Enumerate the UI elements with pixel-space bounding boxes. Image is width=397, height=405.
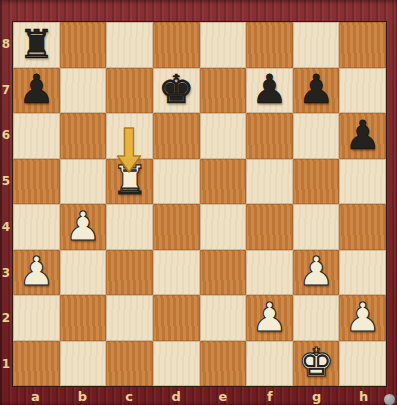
square-g7[interactable]: ♟ (293, 68, 340, 114)
black-rook[interactable]: ♜ (18, 24, 54, 64)
square-c7[interactable] (106, 68, 153, 114)
file-label-e: e (200, 387, 247, 405)
square-g4[interactable] (293, 204, 340, 250)
square-a4[interactable] (13, 204, 60, 250)
square-a3[interactable]: ♟ (13, 250, 60, 296)
rank-labels: 87654321 (0, 21, 12, 387)
square-e5[interactable] (200, 159, 247, 205)
file-label-g: g (293, 387, 340, 405)
square-f1[interactable] (246, 341, 293, 387)
square-b5[interactable] (60, 159, 107, 205)
square-b3[interactable] (60, 250, 107, 296)
square-g6[interactable] (293, 113, 340, 159)
square-d7[interactable]: ♚ (153, 68, 200, 114)
square-b1[interactable] (60, 341, 107, 387)
black-pawn[interactable]: ♟ (345, 115, 381, 155)
square-d6[interactable] (153, 113, 200, 159)
white-pawn[interactable]: ♟ (252, 297, 288, 337)
square-e6[interactable] (200, 113, 247, 159)
square-h4[interactable] (339, 204, 386, 250)
black-pawn[interactable]: ♟ (298, 69, 334, 109)
square-e8[interactable] (200, 22, 247, 68)
square-b4[interactable]: ♟ (60, 204, 107, 250)
rank-label-4: 4 (0, 204, 12, 250)
square-e7[interactable] (200, 68, 247, 114)
square-f3[interactable] (246, 250, 293, 296)
square-h2[interactable]: ♟ (339, 295, 386, 341)
square-g2[interactable] (293, 295, 340, 341)
square-f2[interactable]: ♟ (246, 295, 293, 341)
square-c5[interactable]: ♜ (106, 159, 153, 205)
rank-label-2: 2 (0, 296, 12, 342)
square-d4[interactable] (153, 204, 200, 250)
square-f5[interactable] (246, 159, 293, 205)
square-e2[interactable] (200, 295, 247, 341)
rank-label-6: 6 (0, 113, 12, 159)
rank-label-3: 3 (0, 250, 12, 296)
file-label-d: d (153, 387, 200, 405)
square-e4[interactable] (200, 204, 247, 250)
rank-label-7: 7 (0, 67, 12, 113)
file-label-a: a (12, 387, 59, 405)
rank-label-1: 1 (0, 341, 12, 387)
square-a2[interactable] (13, 295, 60, 341)
square-d3[interactable] (153, 250, 200, 296)
square-b7[interactable] (60, 68, 107, 114)
chess-board-window: 87654321 ♜♟♚♟♟♟♜♟♟♟♟♟♚ abcdefgh (0, 0, 397, 405)
square-h8[interactable] (339, 22, 386, 68)
file-label-h: h (340, 387, 387, 405)
black-pawn[interactable]: ♟ (252, 69, 288, 109)
square-a7[interactable]: ♟ (13, 68, 60, 114)
square-g1[interactable]: ♚ (293, 341, 340, 387)
square-d8[interactable] (153, 22, 200, 68)
square-c2[interactable] (106, 295, 153, 341)
square-h3[interactable] (339, 250, 386, 296)
square-e1[interactable] (200, 341, 247, 387)
square-h6[interactable]: ♟ (339, 113, 386, 159)
black-king[interactable]: ♚ (158, 69, 194, 109)
white-pawn[interactable]: ♟ (345, 297, 381, 337)
black-pawn[interactable]: ♟ (18, 69, 54, 109)
square-g5[interactable] (293, 159, 340, 205)
white-pawn[interactable]: ♟ (18, 251, 54, 291)
square-d5[interactable] (153, 159, 200, 205)
file-label-f: f (246, 387, 293, 405)
file-label-b: b (59, 387, 106, 405)
square-f8[interactable] (246, 22, 293, 68)
square-d2[interactable] (153, 295, 200, 341)
board[interactable]: ♜♟♚♟♟♟♜♟♟♟♟♟♚ (12, 21, 387, 387)
square-f7[interactable]: ♟ (246, 68, 293, 114)
square-a8[interactable]: ♜ (13, 22, 60, 68)
square-h1[interactable] (339, 341, 386, 387)
square-b6[interactable] (60, 113, 107, 159)
file-label-c: c (106, 387, 153, 405)
file-labels: abcdefgh (12, 387, 387, 405)
square-g8[interactable] (293, 22, 340, 68)
square-a5[interactable] (13, 159, 60, 205)
resize-grip-dot (384, 394, 395, 405)
square-c6[interactable] (106, 113, 153, 159)
square-h5[interactable] (339, 159, 386, 205)
square-b2[interactable] (60, 295, 107, 341)
square-e3[interactable] (200, 250, 247, 296)
square-h7[interactable] (339, 68, 386, 114)
square-a6[interactable] (13, 113, 60, 159)
square-g3[interactable]: ♟ (293, 250, 340, 296)
rank-label-5: 5 (0, 158, 12, 204)
white-pawn[interactable]: ♟ (65, 206, 101, 246)
square-c4[interactable] (106, 204, 153, 250)
square-d1[interactable] (153, 341, 200, 387)
white-rook[interactable]: ♜ (112, 160, 148, 200)
white-pawn[interactable]: ♟ (298, 251, 334, 291)
square-f4[interactable] (246, 204, 293, 250)
square-f6[interactable] (246, 113, 293, 159)
square-a1[interactable] (13, 341, 60, 387)
white-king[interactable]: ♚ (298, 342, 334, 382)
square-c1[interactable] (106, 341, 153, 387)
square-c3[interactable] (106, 250, 153, 296)
square-b8[interactable] (60, 22, 107, 68)
square-c8[interactable] (106, 22, 153, 68)
rank-label-8: 8 (0, 21, 12, 67)
